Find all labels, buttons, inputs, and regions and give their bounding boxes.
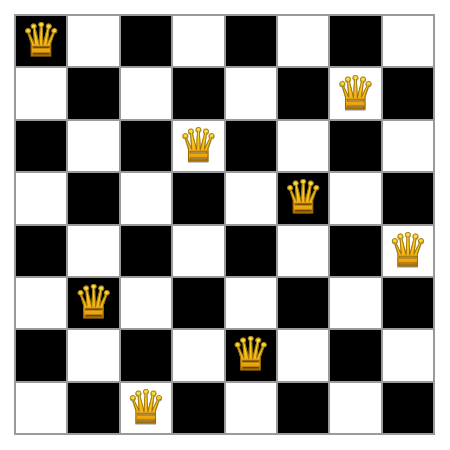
square-a3[interactable] <box>16 278 66 328</box>
queen-c1[interactable]: ♛ <box>125 384 166 430</box>
square-d2[interactable] <box>173 330 223 380</box>
square-b2[interactable] <box>68 330 118 380</box>
square-h6[interactable] <box>383 121 433 171</box>
square-d8[interactable] <box>173 16 223 66</box>
square-f1[interactable] <box>278 383 328 433</box>
square-a7[interactable] <box>16 68 66 118</box>
square-d7[interactable] <box>173 68 223 118</box>
square-c8[interactable] <box>121 16 171 66</box>
square-h1[interactable] <box>383 383 433 433</box>
square-b6[interactable] <box>68 121 118 171</box>
square-b1[interactable] <box>68 383 118 433</box>
square-h5[interactable] <box>383 173 433 223</box>
square-e4[interactable] <box>226 226 276 276</box>
square-g5[interactable] <box>330 173 380 223</box>
square-c5[interactable] <box>121 173 171 223</box>
square-b5[interactable] <box>68 173 118 223</box>
queen-d6[interactable]: ♛ <box>178 122 219 168</box>
square-g8[interactable] <box>330 16 380 66</box>
square-b8[interactable] <box>68 16 118 66</box>
square-d6[interactable]: ♛ <box>173 121 223 171</box>
queen-a8[interactable]: ♛ <box>21 17 62 63</box>
square-e6[interactable] <box>226 121 276 171</box>
square-h7[interactable] <box>383 68 433 118</box>
square-d1[interactable] <box>173 383 223 433</box>
square-h4[interactable]: ♛ <box>383 226 433 276</box>
square-e8[interactable] <box>226 16 276 66</box>
square-g1[interactable] <box>330 383 380 433</box>
square-c4[interactable] <box>121 226 171 276</box>
square-d5[interactable] <box>173 173 223 223</box>
square-f6[interactable] <box>278 121 328 171</box>
square-h3[interactable] <box>383 278 433 328</box>
square-a6[interactable] <box>16 121 66 171</box>
square-d4[interactable] <box>173 226 223 276</box>
square-b7[interactable] <box>68 68 118 118</box>
square-g2[interactable] <box>330 330 380 380</box>
square-h8[interactable] <box>383 16 433 66</box>
square-e1[interactable] <box>226 383 276 433</box>
square-b3[interactable]: ♛ <box>68 278 118 328</box>
square-c7[interactable] <box>121 68 171 118</box>
square-g6[interactable] <box>330 121 380 171</box>
square-g3[interactable] <box>330 278 380 328</box>
square-e7[interactable] <box>226 68 276 118</box>
square-a1[interactable] <box>16 383 66 433</box>
chess-board: ♛♛♛♛♛♛♛♛ <box>14 14 435 435</box>
square-f7[interactable] <box>278 68 328 118</box>
square-g7[interactable]: ♛ <box>330 68 380 118</box>
square-c2[interactable] <box>121 330 171 380</box>
square-e3[interactable] <box>226 278 276 328</box>
square-c1[interactable]: ♛ <box>121 383 171 433</box>
queen-b3[interactable]: ♛ <box>73 279 114 325</box>
queen-e2[interactable]: ♛ <box>230 331 271 377</box>
square-a8[interactable]: ♛ <box>16 16 66 66</box>
board-area: ♛♛♛♛♛♛♛♛ <box>14 14 435 435</box>
square-c3[interactable] <box>121 278 171 328</box>
queen-h4[interactable]: ♛ <box>387 227 428 273</box>
queen-f5[interactable]: ♛ <box>282 174 323 220</box>
queen-g7[interactable]: ♛ <box>335 70 376 116</box>
square-f4[interactable] <box>278 226 328 276</box>
square-a2[interactable] <box>16 330 66 380</box>
square-e2[interactable]: ♛ <box>226 330 276 380</box>
square-d3[interactable] <box>173 278 223 328</box>
square-a5[interactable] <box>16 173 66 223</box>
square-a4[interactable] <box>16 226 66 276</box>
square-g4[interactable] <box>330 226 380 276</box>
square-f2[interactable] <box>278 330 328 380</box>
square-b4[interactable] <box>68 226 118 276</box>
square-f3[interactable] <box>278 278 328 328</box>
square-e5[interactable] <box>226 173 276 223</box>
square-c6[interactable] <box>121 121 171 171</box>
square-f5[interactable]: ♛ <box>278 173 328 223</box>
square-f8[interactable] <box>278 16 328 66</box>
square-h2[interactable] <box>383 330 433 380</box>
